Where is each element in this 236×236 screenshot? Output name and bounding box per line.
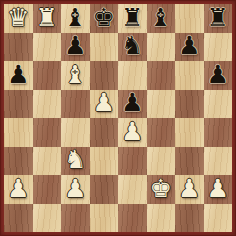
square-g8[interactable]: [175, 4, 204, 33]
piece-black-pawn[interactable]: ♟: [207, 62, 229, 87]
square-f3[interactable]: [147, 147, 176, 176]
square-f2[interactable]: ♚: [147, 175, 176, 204]
square-d1[interactable]: [90, 204, 119, 233]
square-c3[interactable]: ♞: [61, 147, 90, 176]
piece-white-pawn[interactable]: ♟: [7, 176, 29, 201]
piece-white-pawn[interactable]: ♟: [178, 176, 200, 201]
square-f4[interactable]: [147, 118, 176, 147]
square-e7[interactable]: ♞: [118, 33, 147, 62]
square-a8[interactable]: ♛: [4, 4, 33, 33]
square-g4[interactable]: [175, 118, 204, 147]
square-h3[interactable]: [204, 147, 233, 176]
square-f7[interactable]: [147, 33, 176, 62]
square-a4[interactable]: [4, 118, 33, 147]
square-a1[interactable]: [4, 204, 33, 233]
chess-board: ♛♜♝♚♜♝♜♟♞♟♟♝♟♟♟♟♞♟♟♚♟♟: [4, 4, 232, 232]
square-c1[interactable]: [61, 204, 90, 233]
square-e8[interactable]: ♜: [118, 4, 147, 33]
piece-white-pawn[interactable]: ♟: [64, 176, 86, 201]
square-g1[interactable]: [175, 204, 204, 233]
square-d6[interactable]: [90, 61, 119, 90]
square-d8[interactable]: ♚: [90, 4, 119, 33]
square-h6[interactable]: ♟: [204, 61, 233, 90]
piece-black-pawn[interactable]: ♟: [121, 90, 143, 115]
square-h8[interactable]: ♜: [204, 4, 233, 33]
piece-black-pawn[interactable]: ♟: [7, 62, 29, 87]
piece-white-rook[interactable]: ♜: [36, 5, 58, 30]
square-h1[interactable]: [204, 204, 233, 233]
piece-black-bishop[interactable]: ♝: [150, 5, 172, 30]
square-d5[interactable]: ♟: [90, 90, 119, 119]
piece-white-knight[interactable]: ♞: [64, 147, 86, 172]
square-g6[interactable]: [175, 61, 204, 90]
square-d3[interactable]: [90, 147, 119, 176]
square-b6[interactable]: [33, 61, 62, 90]
square-h4[interactable]: [204, 118, 233, 147]
piece-black-pawn[interactable]: ♟: [178, 33, 200, 58]
piece-black-knight[interactable]: ♞: [121, 33, 143, 58]
square-e2[interactable]: [118, 175, 147, 204]
piece-white-queen[interactable]: ♛: [7, 5, 29, 30]
piece-white-pawn[interactable]: ♟: [93, 90, 115, 115]
square-b3[interactable]: [33, 147, 62, 176]
square-f5[interactable]: [147, 90, 176, 119]
square-e3[interactable]: [118, 147, 147, 176]
square-g3[interactable]: [175, 147, 204, 176]
square-a3[interactable]: [4, 147, 33, 176]
square-e5[interactable]: ♟: [118, 90, 147, 119]
square-c2[interactable]: ♟: [61, 175, 90, 204]
square-c4[interactable]: [61, 118, 90, 147]
piece-black-rook[interactable]: ♜: [207, 5, 229, 30]
piece-white-pawn[interactable]: ♟: [121, 119, 143, 144]
square-c7[interactable]: ♟: [61, 33, 90, 62]
piece-white-pawn[interactable]: ♟: [207, 176, 229, 201]
piece-white-king[interactable]: ♚: [150, 176, 172, 201]
square-e6[interactable]: [118, 61, 147, 90]
square-f6[interactable]: [147, 61, 176, 90]
square-b2[interactable]: [33, 175, 62, 204]
square-a6[interactable]: ♟: [4, 61, 33, 90]
square-d2[interactable]: [90, 175, 119, 204]
square-g2[interactable]: ♟: [175, 175, 204, 204]
square-a2[interactable]: ♟: [4, 175, 33, 204]
square-e1[interactable]: [118, 204, 147, 233]
square-d4[interactable]: [90, 118, 119, 147]
square-h2[interactable]: ♟: [204, 175, 233, 204]
square-b1[interactable]: [33, 204, 62, 233]
square-b7[interactable]: [33, 33, 62, 62]
piece-black-king[interactable]: ♚: [93, 5, 115, 30]
square-a5[interactable]: [4, 90, 33, 119]
piece-black-pawn[interactable]: ♟: [64, 33, 86, 58]
square-g5[interactable]: [175, 90, 204, 119]
square-c6[interactable]: ♝: [61, 61, 90, 90]
square-e4[interactable]: ♟: [118, 118, 147, 147]
square-f1[interactable]: [147, 204, 176, 233]
square-h7[interactable]: [204, 33, 233, 62]
square-b5[interactable]: [33, 90, 62, 119]
square-h5[interactable]: [204, 90, 233, 119]
square-b8[interactable]: ♜: [33, 4, 62, 33]
square-g7[interactable]: ♟: [175, 33, 204, 62]
piece-black-bishop[interactable]: ♝: [64, 5, 86, 30]
square-a7[interactable]: [4, 33, 33, 62]
square-b4[interactable]: [33, 118, 62, 147]
piece-white-bishop[interactable]: ♝: [64, 62, 86, 87]
square-d7[interactable]: [90, 33, 119, 62]
square-c8[interactable]: ♝: [61, 4, 90, 33]
chess-board-frame: ♛♜♝♚♜♝♜♟♞♟♟♝♟♟♟♟♞♟♟♚♟♟: [0, 0, 236, 236]
square-f8[interactable]: ♝: [147, 4, 176, 33]
square-c5[interactable]: [61, 90, 90, 119]
piece-black-rook[interactable]: ♜: [121, 5, 143, 30]
